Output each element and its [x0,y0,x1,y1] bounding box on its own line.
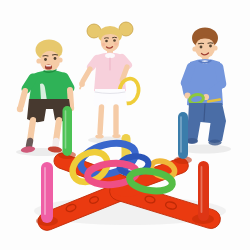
sock [29,141,30,146]
eye [105,40,108,43]
peg-red [198,161,209,221]
peg-blue [178,112,188,159]
forearm [21,91,25,106]
sleeve [64,77,70,88]
brow [105,38,109,39]
eye [113,39,116,42]
brow [199,43,204,44]
bare-foot [95,134,103,138]
leg [100,107,102,133]
eye [200,46,203,49]
brow [53,55,58,56]
brow [43,56,48,57]
hand [17,106,23,112]
product-photo [0,0,250,250]
eye [54,57,57,60]
peg-green [63,106,73,156]
sleeve [185,83,187,93]
knee-cuff [209,140,222,146]
eye [209,45,212,48]
forearm [70,90,71,105]
cheek [114,42,118,46]
sock [56,141,57,146]
ring-toss-scene [0,0,250,250]
sleeve [91,59,97,67]
peg-pink [41,162,53,223]
eye [44,58,47,61]
sleeve [122,58,128,65]
polo-collar [105,53,115,58]
cheek [102,43,106,47]
teeth [46,65,51,67]
bare-foot [112,134,120,138]
sleeve [26,78,33,89]
